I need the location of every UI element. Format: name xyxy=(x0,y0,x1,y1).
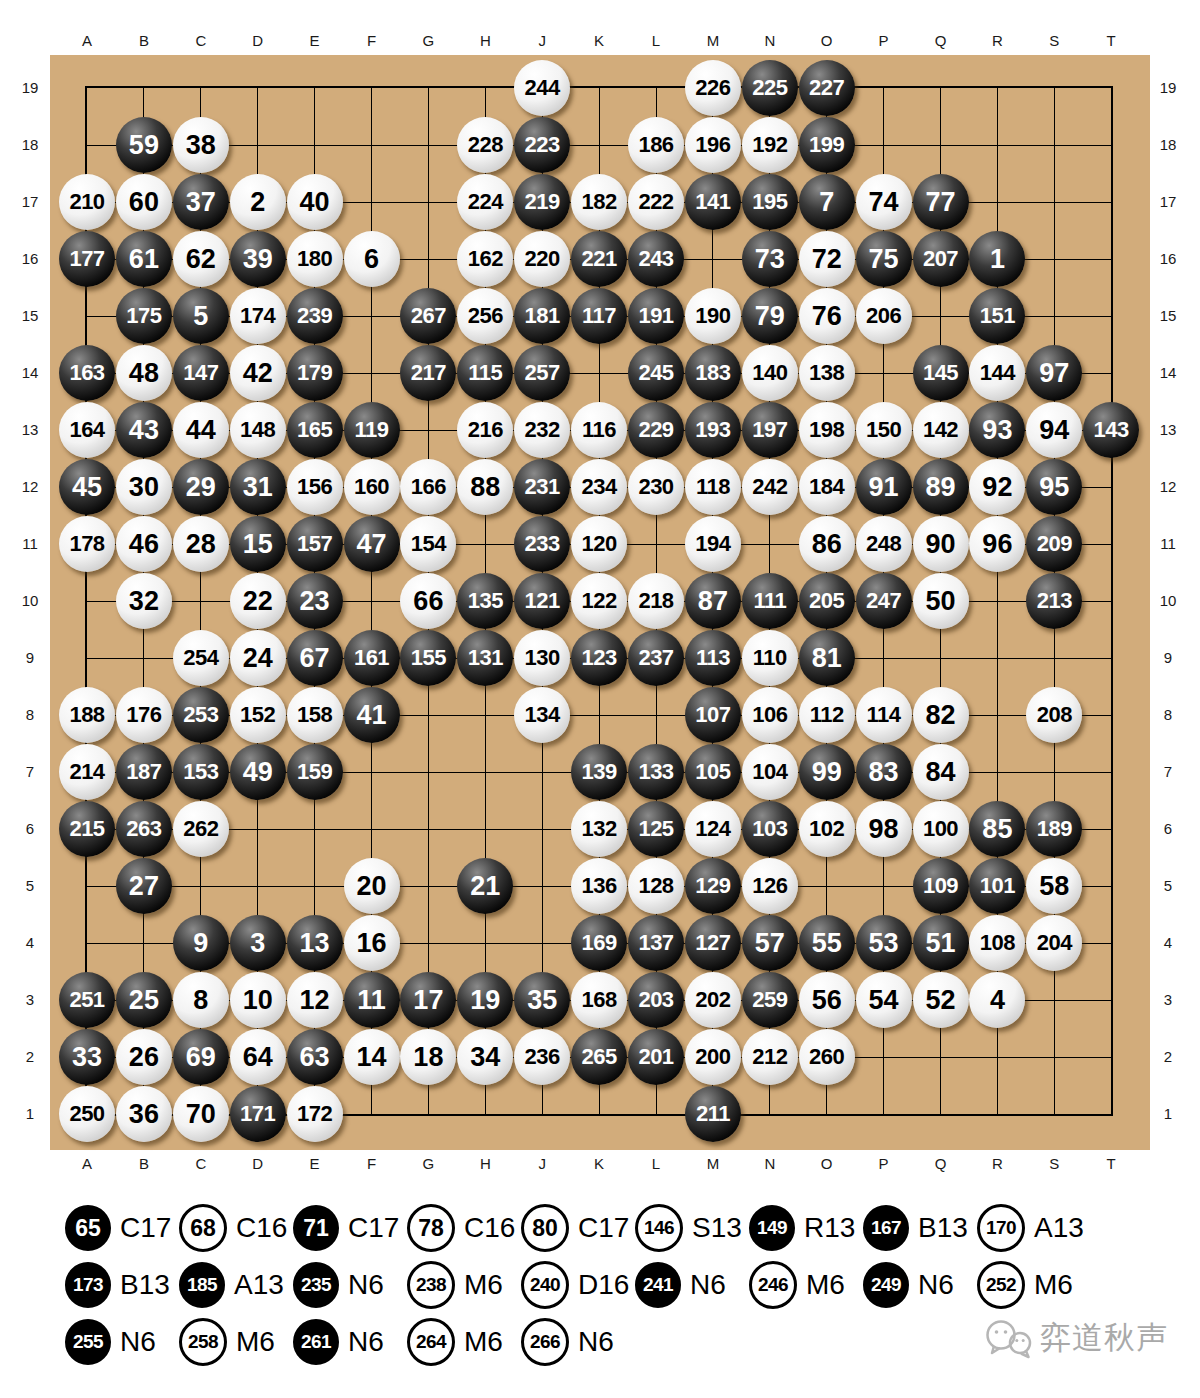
stone-black: 13 xyxy=(287,915,343,971)
stone-black: 67 xyxy=(287,630,343,686)
stone-number: 115 xyxy=(468,345,502,401)
stone-black: 189 xyxy=(1026,801,1082,857)
coordinate-label: B xyxy=(132,1155,156,1172)
stone-number: 237 xyxy=(638,630,673,686)
stone-black: 157 xyxy=(287,516,343,572)
stone-number: 102 xyxy=(809,801,844,857)
legend-move-number: 246 xyxy=(758,1274,788,1296)
stone-black: 133 xyxy=(628,744,684,800)
legend-coordinate: R13 xyxy=(804,1212,855,1244)
stone-white: 202 xyxy=(685,972,741,1028)
legend-coordinate: A13 xyxy=(1034,1212,1084,1244)
stone-black: 201 xyxy=(628,1029,684,1085)
stone-number: 106 xyxy=(752,687,787,743)
stone-white: 204 xyxy=(1026,915,1082,971)
stone-number: 57 xyxy=(755,915,785,971)
stone-black: 159 xyxy=(287,744,343,800)
stone-number: 27 xyxy=(129,858,159,914)
coordinate-label: Q xyxy=(929,32,953,49)
watermark: 弈道秋声 xyxy=(982,1316,1168,1360)
stone-white: 52 xyxy=(913,972,969,1028)
legend-move-number: 65 xyxy=(75,1215,101,1242)
legend-move-number: 235 xyxy=(301,1274,331,1296)
stone-number: 39 xyxy=(243,231,273,287)
stone-number: 49 xyxy=(243,744,273,800)
stone-white: 42 xyxy=(230,345,286,401)
stone-number: 226 xyxy=(695,60,730,116)
legend-coordinate: A13 xyxy=(234,1269,284,1301)
stone-black: 207 xyxy=(913,231,969,287)
stone-number: 29 xyxy=(186,459,216,515)
legend-stone-black: 185 xyxy=(179,1262,225,1308)
legend-stone-white: 80 xyxy=(521,1204,569,1252)
legend-entry: 71C17 xyxy=(293,1205,399,1251)
coordinate-label: 15 xyxy=(15,308,45,324)
stone-white: 118 xyxy=(685,459,741,515)
stone-white: 192 xyxy=(742,117,798,173)
stone-number: 189 xyxy=(1037,801,1072,857)
stone-number: 201 xyxy=(638,1029,673,1085)
stone-number: 112 xyxy=(810,687,844,743)
stone-number: 60 xyxy=(129,174,159,230)
stone-number: 33 xyxy=(72,1029,102,1085)
coordinate-label: 18 xyxy=(1153,137,1183,153)
legend-entry: 249N6 xyxy=(863,1262,954,1308)
stone-number: 122 xyxy=(581,573,616,629)
legend-coordinate: C17 xyxy=(348,1212,399,1244)
legend-entry: 246M6 xyxy=(749,1262,845,1308)
legend-move-number: 146 xyxy=(644,1217,674,1239)
stone-number: 87 xyxy=(698,573,728,629)
stone-white: 104 xyxy=(742,744,798,800)
stone-number: 159 xyxy=(297,744,332,800)
stone-black: 47 xyxy=(344,516,400,572)
stone-black: 215 xyxy=(59,801,115,857)
stone-white: 140 xyxy=(742,345,798,401)
coordinate-label: 8 xyxy=(15,707,45,723)
stone-black: 179 xyxy=(287,345,343,401)
stone-number: 161 xyxy=(354,630,389,686)
stone-number: 50 xyxy=(925,573,955,629)
stone-white: 236 xyxy=(514,1029,570,1085)
coordinate-label: 10 xyxy=(1153,593,1183,609)
stone-black: 267 xyxy=(400,288,456,344)
stone-number: 153 xyxy=(183,744,218,800)
stone-number: 199 xyxy=(809,117,844,173)
stone-number: 100 xyxy=(923,801,958,857)
coordinate-label: H xyxy=(473,1155,497,1172)
stone-black: 27 xyxy=(116,858,172,914)
stone-number: 41 xyxy=(356,687,386,743)
coordinate-label: 6 xyxy=(15,821,45,837)
stone-number: 62 xyxy=(186,231,216,287)
stone-number: 168 xyxy=(581,972,616,1028)
stone-number: 143 xyxy=(1094,402,1129,458)
legend-coordinate: N6 xyxy=(918,1269,954,1301)
coordinate-label: 9 xyxy=(15,650,45,666)
stone-white: 10 xyxy=(230,972,286,1028)
stone-number: 257 xyxy=(525,345,560,401)
legend-entry: 266N6 xyxy=(521,1319,614,1365)
coordinate-label: D xyxy=(246,32,270,49)
stone-white: 8 xyxy=(173,972,229,1028)
stone-white: 16 xyxy=(344,915,400,971)
stone-black: 153 xyxy=(173,744,229,800)
stone-number: 46 xyxy=(129,516,159,572)
legend-entry: 68C16 xyxy=(179,1205,287,1251)
legend-coordinate: M6 xyxy=(464,1269,503,1301)
stone-number: 109 xyxy=(923,858,958,914)
legend-coordinate: B13 xyxy=(120,1269,170,1301)
legend-stone-white: 78 xyxy=(407,1204,455,1252)
stone-number: 131 xyxy=(468,630,503,686)
stone-black: 113 xyxy=(685,630,741,686)
coordinate-label: 6 xyxy=(1153,821,1183,837)
stone-number: 53 xyxy=(869,915,899,971)
stone-white: 206 xyxy=(856,288,912,344)
legend-stone-white: 266 xyxy=(521,1318,569,1366)
stone-black: 217 xyxy=(400,345,456,401)
legend-stone-black: 65 xyxy=(65,1205,111,1251)
stone-number: 58 xyxy=(1039,858,1069,914)
coordinate-label: B xyxy=(132,32,156,49)
stone-number: 34 xyxy=(470,1029,500,1085)
stone-black: 137 xyxy=(628,915,684,971)
legend-entry: 261N6 xyxy=(293,1319,384,1365)
stone-black: 51 xyxy=(913,915,969,971)
stone-black: 143 xyxy=(1083,402,1139,458)
coordinate-label: F xyxy=(360,32,384,49)
stone-black: 81 xyxy=(799,630,855,686)
legend-entry: 241N6 xyxy=(635,1262,726,1308)
coordinate-label: P xyxy=(872,32,896,49)
stone-white: 30 xyxy=(116,459,172,515)
stone-black: 63 xyxy=(287,1029,343,1085)
stone-black: 95 xyxy=(1026,459,1082,515)
stone-black: 9 xyxy=(173,915,229,971)
stone-number: 90 xyxy=(925,516,955,572)
coordinate-label: L xyxy=(644,32,668,49)
stone-black: 41 xyxy=(344,687,400,743)
stone-black: 263 xyxy=(116,801,172,857)
stone-number: 104 xyxy=(752,744,787,800)
stone-number: 214 xyxy=(69,744,104,800)
stone-number: 26 xyxy=(129,1029,159,1085)
coordinate-label: Q xyxy=(929,1155,953,1172)
legend-coordinate: N6 xyxy=(578,1326,614,1358)
coordinate-label: L xyxy=(644,1155,668,1172)
coordinate-label: A xyxy=(75,32,99,49)
stone-number: 227 xyxy=(809,60,844,116)
stone-white: 24 xyxy=(230,630,286,686)
stone-black: 1 xyxy=(969,231,1025,287)
stone-black: 145 xyxy=(913,345,969,401)
stone-white: 194 xyxy=(685,516,741,572)
stone-white: 110 xyxy=(742,630,798,686)
stone-number: 47 xyxy=(356,516,386,572)
stone-black: 37 xyxy=(173,174,229,230)
legend-move-number: 240 xyxy=(530,1274,560,1296)
stone-number: 64 xyxy=(243,1029,273,1085)
coordinate-label: M xyxy=(701,32,725,49)
stone-number: 195 xyxy=(752,174,787,230)
stone-number: 69 xyxy=(186,1029,216,1085)
stone-black: 231 xyxy=(514,459,570,515)
legend-coordinate: N6 xyxy=(120,1326,156,1358)
stone-number: 213 xyxy=(1037,573,1072,629)
stone-number: 175 xyxy=(126,288,161,344)
stone-number: 263 xyxy=(126,801,161,857)
stone-white: 28 xyxy=(173,516,229,572)
stone-number: 177 xyxy=(69,231,104,287)
stone-number: 192 xyxy=(752,117,787,173)
coordinate-label: K xyxy=(587,32,611,49)
stone-white: 154 xyxy=(400,516,456,572)
stone-black: 165 xyxy=(287,402,343,458)
stone-number: 56 xyxy=(812,972,842,1028)
stone-number: 155 xyxy=(411,630,446,686)
stone-white: 22 xyxy=(230,573,286,629)
legend-stone-black: 173 xyxy=(65,1262,111,1308)
stone-white: 36 xyxy=(116,1086,172,1142)
stone-white: 186 xyxy=(628,117,684,173)
legend-stone-black: 167 xyxy=(863,1205,909,1251)
stone-white: 106 xyxy=(742,687,798,743)
stone-black: 73 xyxy=(742,231,798,287)
stone-number: 9 xyxy=(193,915,208,971)
stone-black: 33 xyxy=(59,1029,115,1085)
legend-stone-white: 240 xyxy=(521,1261,569,1309)
stone-white: 138 xyxy=(799,345,855,401)
coordinate-label: S xyxy=(1042,32,1066,49)
stone-white: 254 xyxy=(173,630,229,686)
coordinate-label: C xyxy=(189,32,213,49)
legend-stone-white: 258 xyxy=(179,1318,227,1366)
stone-number: 73 xyxy=(755,231,785,287)
stone-white: 122 xyxy=(571,573,627,629)
legend-coordinate: C16 xyxy=(464,1212,515,1244)
coordinate-label: 2 xyxy=(15,1049,45,1065)
stone-number: 114 xyxy=(867,687,901,743)
stone-white: 82 xyxy=(913,687,969,743)
stone-white: 108 xyxy=(969,915,1025,971)
stone-black: 129 xyxy=(685,858,741,914)
watermark-text: 弈道秋声 xyxy=(1040,1317,1168,1359)
stone-number: 119 xyxy=(355,402,389,458)
stone-number: 97 xyxy=(1039,345,1069,401)
legend-coordinate: C17 xyxy=(578,1212,629,1244)
stone-black: 99 xyxy=(799,744,855,800)
stone-black: 35 xyxy=(514,972,570,1028)
stone-number: 220 xyxy=(525,231,560,287)
stone-white: 256 xyxy=(457,288,513,344)
stone-number: 8 xyxy=(193,972,208,1028)
legend-stone-black: 235 xyxy=(293,1262,339,1308)
legend-stone-white: 238 xyxy=(407,1261,455,1309)
stone-white: 214 xyxy=(59,744,115,800)
stone-number: 121 xyxy=(525,573,560,629)
stone-number: 93 xyxy=(982,402,1012,458)
stone-number: 105 xyxy=(695,744,730,800)
coordinate-label: 9 xyxy=(1153,650,1183,666)
stone-white: 96 xyxy=(969,516,1025,572)
stone-number: 15 xyxy=(243,516,273,572)
coordinate-label: 17 xyxy=(15,194,45,210)
stone-number: 156 xyxy=(297,459,332,515)
stone-number: 2 xyxy=(250,174,265,230)
stone-number: 164 xyxy=(69,402,104,458)
legend-coordinate: N6 xyxy=(348,1269,384,1301)
stone-number: 197 xyxy=(752,402,787,458)
stone-number: 4 xyxy=(990,972,1005,1028)
stone-black: 43 xyxy=(116,402,172,458)
stone-white: 6 xyxy=(344,231,400,287)
stone-black: 91 xyxy=(856,459,912,515)
stone-number: 108 xyxy=(980,915,1015,971)
stone-black: 17 xyxy=(400,972,456,1028)
stone-number: 10 xyxy=(243,972,273,1028)
stone-number: 25 xyxy=(129,972,159,1028)
stone-number: 259 xyxy=(752,972,787,1028)
coordinate-label: 14 xyxy=(15,365,45,381)
stone-number: 191 xyxy=(638,288,673,344)
stone-black: 101 xyxy=(969,858,1025,914)
stone-number: 16 xyxy=(356,915,386,971)
coordinate-label: 15 xyxy=(1153,308,1183,324)
stone-white: 200 xyxy=(685,1029,741,1085)
stone-number: 188 xyxy=(69,687,104,743)
stone-white: 178 xyxy=(59,516,115,572)
coordinate-label: 12 xyxy=(1153,479,1183,495)
stone-white: 62 xyxy=(173,231,229,287)
stone-number: 224 xyxy=(468,174,503,230)
stone-black: 29 xyxy=(173,459,229,515)
stone-number: 66 xyxy=(413,573,443,629)
stone-number: 63 xyxy=(300,1029,330,1085)
stone-black: 121 xyxy=(514,573,570,629)
stone-white: 150 xyxy=(856,402,912,458)
coordinate-label: 11 xyxy=(1153,536,1183,552)
stone-number: 13 xyxy=(300,915,330,971)
stone-black: 195 xyxy=(742,174,798,230)
coordinate-label: 19 xyxy=(1153,80,1183,96)
stone-number: 223 xyxy=(525,117,560,173)
legend-stone-black: 241 xyxy=(635,1262,681,1308)
stone-white: 54 xyxy=(856,972,912,1028)
stone-white: 38 xyxy=(173,117,229,173)
stone-number: 130 xyxy=(525,630,560,686)
stone-white: 128 xyxy=(628,858,684,914)
stone-white: 234 xyxy=(571,459,627,515)
stone-white: 162 xyxy=(457,231,513,287)
stone-white: 114 xyxy=(856,687,912,743)
stone-number: 221 xyxy=(581,231,616,287)
stone-number: 96 xyxy=(982,516,1012,572)
stone-white: 182 xyxy=(571,174,627,230)
stone-number: 216 xyxy=(468,402,503,458)
stone-white: 198 xyxy=(799,402,855,458)
stone-number: 236 xyxy=(525,1029,560,1085)
stone-number: 194 xyxy=(695,516,730,572)
stone-black: 123 xyxy=(571,630,627,686)
stone-number: 135 xyxy=(468,573,503,629)
stone-white: 2 xyxy=(230,174,286,230)
coordinate-label: T xyxy=(1099,32,1123,49)
stone-white: 260 xyxy=(799,1029,855,1085)
stone-white: 136 xyxy=(571,858,627,914)
stone-white: 176 xyxy=(116,687,172,743)
stone-number: 248 xyxy=(866,516,901,572)
stone-number: 251 xyxy=(69,972,104,1028)
stone-black: 85 xyxy=(969,801,1025,857)
stone-black: 15 xyxy=(230,516,286,572)
stone-number: 160 xyxy=(354,459,389,515)
stone-number: 52 xyxy=(925,972,955,1028)
stone-black: 97 xyxy=(1026,345,1082,401)
stone-number: 243 xyxy=(638,231,673,287)
stone-number: 232 xyxy=(525,402,560,458)
coordinate-label: 3 xyxy=(1153,992,1183,1008)
legend-entry: 235N6 xyxy=(293,1262,384,1308)
stone-number: 169 xyxy=(581,915,616,971)
stone-number: 222 xyxy=(638,174,673,230)
stone-white: 94 xyxy=(1026,402,1082,458)
coordinate-label: H xyxy=(473,32,497,49)
legend-entry: 185A13 xyxy=(179,1262,284,1308)
stone-number: 181 xyxy=(525,288,560,344)
stone-black: 171 xyxy=(230,1086,286,1142)
coordinate-label: G xyxy=(416,32,440,49)
stone-white: 232 xyxy=(514,402,570,458)
stone-black: 211 xyxy=(685,1086,741,1142)
stone-number: 233 xyxy=(525,516,560,572)
stone-number: 103 xyxy=(752,801,787,857)
stone-white: 112 xyxy=(799,687,855,743)
stone-number: 31 xyxy=(243,459,273,515)
stone-number: 86 xyxy=(812,516,842,572)
stone-number: 152 xyxy=(240,687,275,743)
stone-number: 95 xyxy=(1039,459,1069,515)
legend-coordinate: M6 xyxy=(1034,1269,1073,1301)
legend-move-number: 173 xyxy=(73,1274,103,1296)
stone-number: 265 xyxy=(581,1029,616,1085)
stone-number: 145 xyxy=(923,345,958,401)
stone-white: 226 xyxy=(685,60,741,116)
stone-number: 77 xyxy=(925,174,955,230)
stone-black: 233 xyxy=(514,516,570,572)
stone-number: 30 xyxy=(129,459,159,515)
coordinate-label: 16 xyxy=(1153,251,1183,267)
coordinate-label: T xyxy=(1099,1155,1123,1172)
stone-number: 163 xyxy=(69,345,104,401)
stone-number: 193 xyxy=(695,402,730,458)
stone-number: 165 xyxy=(297,402,332,458)
stone-number: 180 xyxy=(297,231,332,287)
wechat-logo-icon xyxy=(982,1316,1034,1360)
coordinate-label: O xyxy=(815,1155,839,1172)
stone-black: 199 xyxy=(799,117,855,173)
stone-number: 148 xyxy=(240,402,275,458)
stone-white: 218 xyxy=(628,573,684,629)
stone-black: 151 xyxy=(969,288,1025,344)
stone-white: 20 xyxy=(344,858,400,914)
coordinate-label: 13 xyxy=(1153,422,1183,438)
stone-number: 254 xyxy=(183,630,218,686)
stone-white: 64 xyxy=(230,1029,286,1085)
stone-black: 45 xyxy=(59,459,115,515)
stone-number: 128 xyxy=(638,858,673,914)
legend-entry: 173B13 xyxy=(65,1262,170,1308)
